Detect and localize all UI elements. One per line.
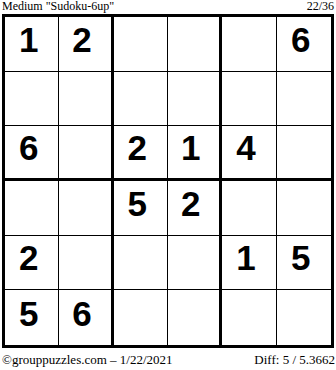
cell-r3c2[interactable] — [59, 126, 113, 181]
cell-r6c2[interactable]: 6 — [59, 290, 113, 345]
cell-r1c1[interactable]: 1 — [5, 17, 59, 72]
cell-r4c6[interactable] — [277, 181, 331, 236]
cell-r2c2[interactable] — [59, 72, 113, 127]
cell-r5c2[interactable] — [59, 236, 113, 291]
cell-r2c4[interactable] — [168, 72, 222, 127]
cell-r1c6[interactable]: 6 — [277, 17, 331, 72]
cell-r4c1[interactable] — [5, 181, 59, 236]
cell-r6c5[interactable] — [222, 290, 276, 345]
cell-r3c4[interactable]: 1 — [168, 126, 222, 181]
footer: ©grouppuzzles.com – 1/22/2021 Diff: 5 / … — [2, 352, 335, 367]
cell-r3c3[interactable]: 2 — [114, 126, 168, 181]
cell-r4c4[interactable]: 2 — [168, 181, 222, 236]
cell-r6c1[interactable]: 5 — [5, 290, 59, 345]
header: Medium "Sudoku-6up" 22/36 — [2, 0, 334, 13]
cell-r2c1[interactable] — [5, 72, 59, 127]
cell-counter: 22/36 — [307, 0, 334, 13]
puzzle-title: Medium "Sudoku-6up" — [2, 0, 114, 13]
cell-r5c5[interactable]: 1 — [222, 236, 276, 291]
copyright-text: ©grouppuzzles.com – 1/22/2021 — [2, 352, 173, 367]
cell-r1c2[interactable]: 2 — [59, 17, 113, 72]
difficulty-text: Diff: 5 / 5.3662 — [254, 352, 335, 367]
cell-r3c1[interactable]: 6 — [5, 126, 59, 181]
cell-r4c3[interactable]: 5 — [114, 181, 168, 236]
cell-r4c2[interactable] — [59, 181, 113, 236]
cell-r2c5[interactable] — [222, 72, 276, 127]
cell-r2c6[interactable] — [277, 72, 331, 127]
cell-r5c3[interactable] — [114, 236, 168, 291]
cell-r3c6[interactable] — [277, 126, 331, 181]
cell-r5c4[interactable] — [168, 236, 222, 291]
cell-r4c5[interactable] — [222, 181, 276, 236]
cell-r2c3[interactable] — [114, 72, 168, 127]
cell-r1c3[interactable] — [114, 17, 168, 72]
cell-r1c5[interactable] — [222, 17, 276, 72]
cell-r1c4[interactable] — [168, 17, 222, 72]
cell-r5c1[interactable]: 2 — [5, 236, 59, 291]
cell-r3c5[interactable]: 4 — [222, 126, 276, 181]
cell-r6c6[interactable] — [277, 290, 331, 345]
cell-r5c6[interactable]: 5 — [277, 236, 331, 291]
sudoku-grid: 12662145221556 — [2, 14, 334, 348]
cell-r6c3[interactable] — [114, 290, 168, 345]
cell-r6c4[interactable] — [168, 290, 222, 345]
